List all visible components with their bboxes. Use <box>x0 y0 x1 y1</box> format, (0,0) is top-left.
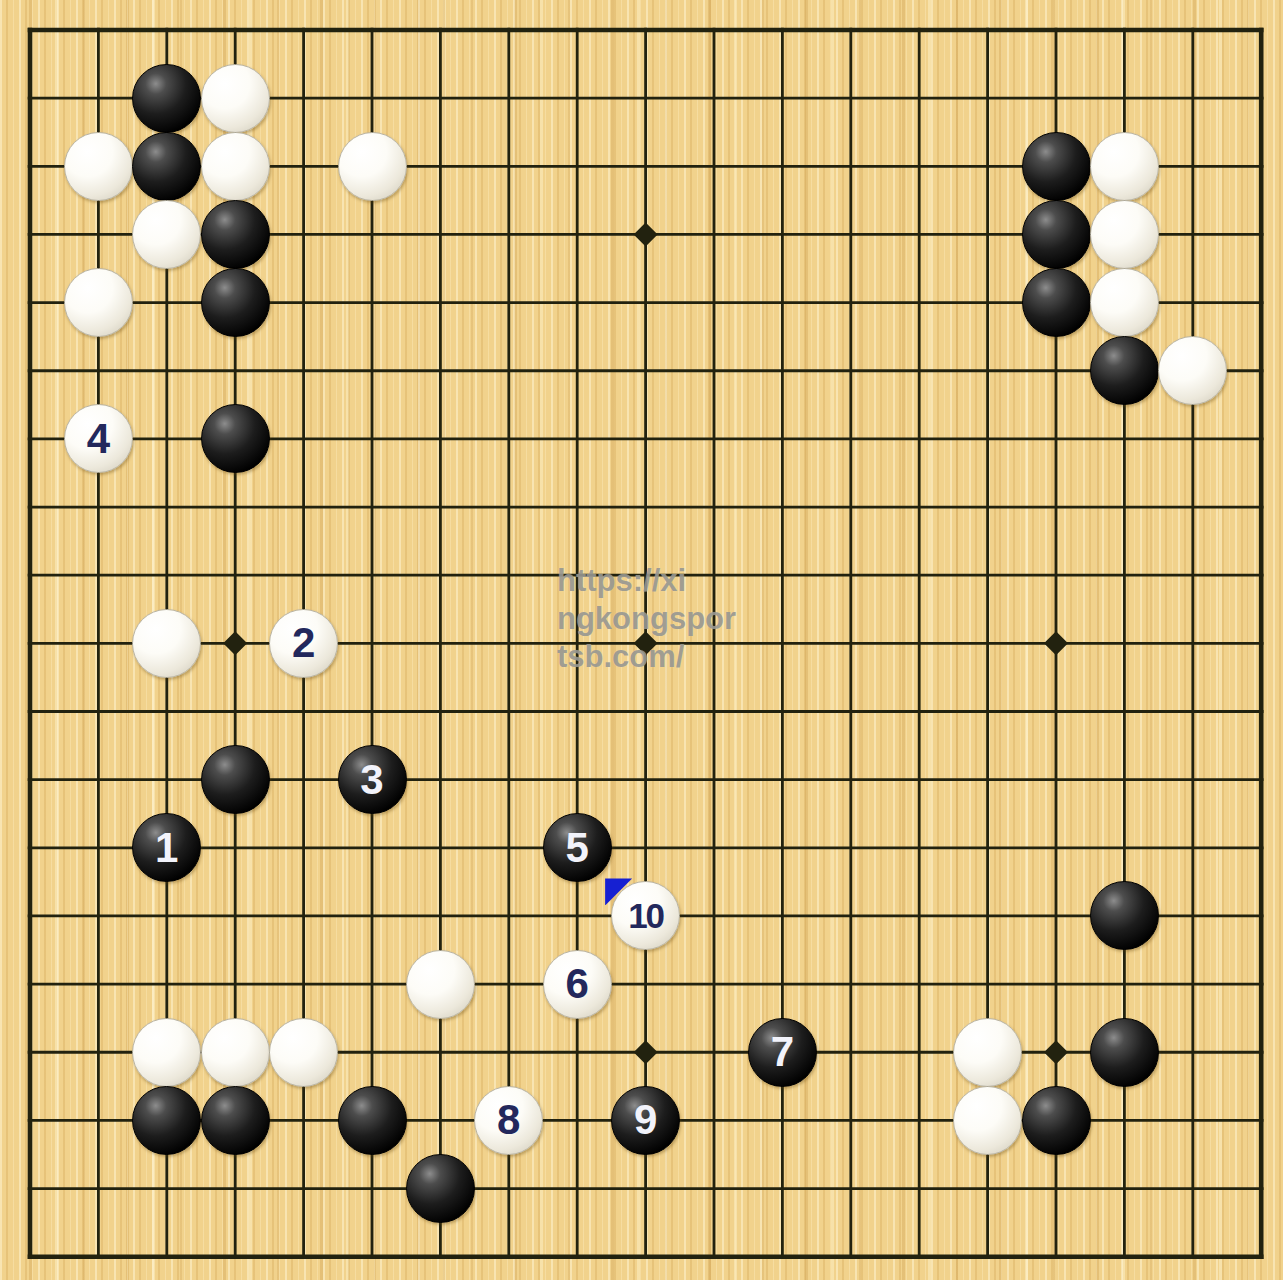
watermark-line-1: https://xi <box>557 562 736 600</box>
white-stone-move-4: 4 <box>64 404 133 473</box>
star-point <box>634 1040 658 1064</box>
black-stone <box>1022 268 1091 337</box>
black-stone <box>1022 132 1091 201</box>
black-stone <box>132 64 201 133</box>
white-stone <box>953 1086 1022 1155</box>
move-number: 2 <box>292 622 315 664</box>
star-point <box>1044 1040 1068 1064</box>
black-stone <box>1090 336 1159 405</box>
black-stone <box>201 745 270 814</box>
watermark-line-2: ngkongspor <box>557 600 736 638</box>
white-stone <box>132 200 201 269</box>
white-stone <box>1090 268 1159 337</box>
black-stone <box>406 1154 475 1223</box>
star-point <box>223 631 247 655</box>
white-stone <box>1090 132 1159 201</box>
move-number: 6 <box>566 963 589 1005</box>
white-stone <box>269 1018 338 1087</box>
white-stone <box>132 1018 201 1087</box>
move-number: 10 <box>628 898 663 933</box>
black-stone <box>1022 200 1091 269</box>
black-stone <box>1090 1018 1159 1087</box>
white-stone-move-2: 2 <box>269 609 338 678</box>
move-number: 3 <box>360 759 383 801</box>
move-number: 7 <box>771 1031 794 1073</box>
black-stone <box>1090 881 1159 950</box>
black-stone <box>132 132 201 201</box>
white-stone-move-8: 8 <box>474 1086 543 1155</box>
star-point <box>1044 631 1068 655</box>
black-stone-move-3: 3 <box>338 745 407 814</box>
black-stone <box>201 404 270 473</box>
white-stone <box>953 1018 1022 1087</box>
white-stone <box>406 950 475 1019</box>
star-point <box>634 222 658 246</box>
white-stone-move-6: 6 <box>543 950 612 1019</box>
white-stone <box>64 132 133 201</box>
white-stone <box>201 64 270 133</box>
white-stone <box>338 132 407 201</box>
black-stone <box>201 268 270 337</box>
black-stone-move-7: 7 <box>748 1018 817 1087</box>
watermark: https://xi ngkongspor tsb.com/ <box>557 562 736 676</box>
move-number: 9 <box>634 1099 657 1141</box>
move-number: 4 <box>87 418 110 460</box>
move-number: 8 <box>497 1099 520 1141</box>
black-stone <box>338 1086 407 1155</box>
move-number: 5 <box>566 827 589 869</box>
black-stone-move-5: 5 <box>543 813 612 882</box>
watermark-line-3: tsb.com/ <box>557 638 736 676</box>
move-number: 1 <box>155 827 178 869</box>
white-stone <box>64 268 133 337</box>
white-stone <box>201 1018 270 1087</box>
black-stone <box>1022 1086 1091 1155</box>
black-stone-move-9: 9 <box>611 1086 680 1155</box>
black-stone <box>132 1086 201 1155</box>
white-stone <box>201 132 270 201</box>
black-stone <box>201 1086 270 1155</box>
white-stone <box>1090 200 1159 269</box>
go-board[interactable]: 42315106789 https://xi ngkongspor tsb.co… <box>0 0 1283 1280</box>
black-stone <box>201 200 270 269</box>
white-stone <box>132 609 201 678</box>
